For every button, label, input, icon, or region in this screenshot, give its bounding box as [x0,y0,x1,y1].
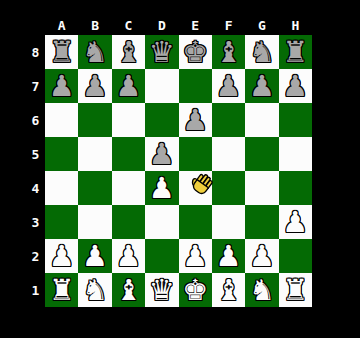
piece-white-pawn[interactable]: ♟ [82,242,108,271]
piece-black-pawn[interactable]: ♟ [149,140,175,169]
piece-white-king[interactable]: ♚ [182,276,208,305]
square-g2[interactable]: ♟ [245,239,278,273]
piece-white-pawn[interactable]: ♟ [249,242,275,271]
square-h4[interactable] [279,171,312,205]
square-f2[interactable]: ♟ [212,239,245,273]
piece-black-bishop[interactable]: ♝ [216,38,242,67]
square-f6[interactable] [212,103,245,137]
square-c4[interactable] [112,171,145,205]
piece-white-pawn[interactable]: ♟ [49,242,75,271]
piece-black-pawn[interactable]: ♟ [182,106,208,135]
file-label-g: G [245,17,278,34]
square-c5[interactable] [112,137,145,171]
square-h3[interactable]: ♟ [279,205,312,239]
square-h5[interactable] [279,137,312,171]
file-label-b: B [78,17,111,34]
piece-black-rook[interactable]: ♜ [282,38,308,67]
square-b5[interactable] [78,137,111,171]
piece-white-bishop[interactable]: ♝ [216,276,242,305]
piece-white-rook[interactable]: ♜ [282,276,308,305]
file-label-a: A [45,17,78,34]
square-d6[interactable] [145,103,178,137]
square-f4[interactable] [212,171,245,205]
square-a3[interactable] [45,205,78,239]
square-c3[interactable] [112,205,145,239]
piece-black-queen[interactable]: ♛ [149,38,175,67]
rank-label-2: 2 [27,239,44,273]
square-b3[interactable] [78,205,111,239]
square-d1[interactable]: ♛ [145,273,178,307]
square-f7[interactable]: ♟ [212,69,245,103]
piece-white-pawn[interactable]: ♟ [115,242,141,271]
square-g5[interactable] [245,137,278,171]
square-c2[interactable]: ♟ [112,239,145,273]
rank-label-1: 1 [27,273,44,307]
file-label-e: E [179,17,212,34]
square-h7[interactable]: ♟ [279,69,312,103]
square-h2[interactable] [279,239,312,273]
square-g7[interactable]: ♟ [245,69,278,103]
hand-cursor[interactable] [190,171,217,200]
piece-white-rook[interactable]: ♜ [49,276,75,305]
game-screen: ABCDEFGH 87654321 ♜♞♝♛♚♝♞♜♟♟♟♟♟♟♟♟♟ ♟♟♟♟… [0,0,360,338]
square-d8[interactable]: ♛ [145,35,178,69]
piece-black-pawn[interactable]: ♟ [115,72,141,101]
square-b1[interactable]: ♞ [78,273,111,307]
square-d3[interactable] [145,205,178,239]
square-h6[interactable] [279,103,312,137]
piece-black-pawn[interactable]: ♟ [49,72,75,101]
square-f5[interactable] [212,137,245,171]
file-label-d: D [145,17,178,34]
square-e7[interactable] [179,69,212,103]
piece-white-knight[interactable]: ♞ [249,276,275,305]
rank-label-3: 3 [27,205,44,239]
square-a8[interactable]: ♜ [45,35,78,69]
piece-white-queen[interactable]: ♛ [149,276,175,305]
square-h8[interactable]: ♜ [279,35,312,69]
square-c7[interactable]: ♟ [112,69,145,103]
square-c8[interactable]: ♝ [112,35,145,69]
chess-board: ♜♞♝♛♚♝♞♜♟♟♟♟♟♟♟♟♟ ♟♟♟♟♟♟♟♜♞♝♛♚♝♞♜ [45,35,312,307]
square-d4[interactable]: ♟ [145,171,178,205]
square-d5[interactable]: ♟ [145,137,178,171]
square-e1[interactable]: ♚ [179,273,212,307]
piece-black-bishop[interactable]: ♝ [115,38,141,67]
piece-white-pawn[interactable]: ♟ [216,242,242,271]
piece-white-knight[interactable]: ♞ [82,276,108,305]
rank-label-5: 5 [27,137,44,171]
piece-white-pawn[interactable]: ♟ [282,208,308,237]
square-c6[interactable] [112,103,145,137]
rank-label-4: 4 [27,171,44,205]
square-e5[interactable] [179,137,212,171]
piece-white-bishop[interactable]: ♝ [115,276,141,305]
square-b2[interactable]: ♟ [78,239,111,273]
rank-label-8: 8 [27,35,44,69]
piece-white-pawn[interactable]: ♟ [182,242,208,271]
square-g1[interactable]: ♞ [245,273,278,307]
square-a1[interactable]: ♜ [45,273,78,307]
square-a2[interactable]: ♟ [45,239,78,273]
piece-white-pawn[interactable]: ♟ [149,174,175,203]
square-f1[interactable]: ♝ [212,273,245,307]
piece-black-pawn[interactable]: ♟ [82,72,108,101]
square-a4[interactable] [45,171,78,205]
square-g4[interactable] [245,171,278,205]
piece-black-king[interactable]: ♚ [182,38,208,67]
square-a6[interactable] [45,103,78,137]
piece-black-knight[interactable]: ♞ [82,38,108,67]
rank-label-6: 6 [27,103,44,137]
square-e4[interactable] [179,171,212,205]
square-c1[interactable]: ♝ [112,273,145,307]
square-d7[interactable] [145,69,178,103]
square-e8[interactable]: ♚ [179,35,212,69]
file-labels: ABCDEFGH [45,17,312,34]
square-f8[interactable]: ♝ [212,35,245,69]
square-a7[interactable]: ♟ [45,69,78,103]
square-g3[interactable] [245,205,278,239]
piece-black-pawn[interactable]: ♟ [216,72,242,101]
piece-black-pawn[interactable]: ♟ [249,72,275,101]
square-f3[interactable] [212,205,245,239]
square-b8[interactable]: ♞ [78,35,111,69]
file-label-f: F [212,17,245,34]
square-e2[interactable]: ♟ [179,239,212,273]
file-label-c: C [112,17,145,34]
square-a5[interactable] [45,137,78,171]
square-e6[interactable]: ♟ [179,103,212,137]
square-b7[interactable]: ♟ [78,69,111,103]
piece-black-rook[interactable]: ♜ [49,38,75,67]
rank-labels: 87654321 [27,35,44,307]
square-d2[interactable] [145,239,178,273]
piece-black-knight[interactable]: ♞ [249,38,275,67]
square-e3[interactable] [179,205,212,239]
rank-label-7: 7 [27,69,44,103]
square-g8[interactable]: ♞ [245,35,278,69]
file-label-h: H [279,17,312,34]
piece-black-pawn[interactable]: ♟ [282,72,308,101]
square-b6[interactable] [78,103,111,137]
square-g6[interactable] [245,103,278,137]
square-b4[interactable] [78,171,111,205]
square-h1[interactable]: ♜ [279,273,312,307]
